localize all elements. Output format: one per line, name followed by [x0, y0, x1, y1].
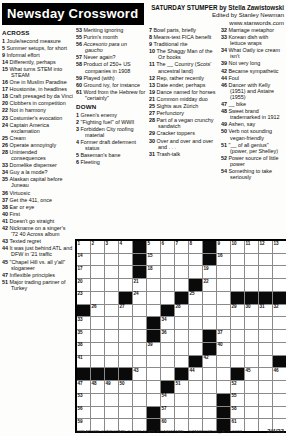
grid-cell[interactable] [161, 356, 174, 368]
across-header: ACROSS [2, 29, 73, 36]
cell-number: 6 [162, 241, 165, 247]
grid-cell[interactable]: 41 [77, 356, 90, 368]
grid-cell[interactable] [189, 394, 202, 406]
grid-cell[interactable] [203, 368, 216, 380]
black-square [147, 317, 160, 329]
grid-cell[interactable] [91, 254, 104, 266]
grid-cell[interactable] [245, 330, 258, 342]
cell-number: 54 [162, 393, 167, 399]
grid-cell[interactable] [119, 356, 132, 368]
cell-number: 2 [92, 241, 95, 247]
black-square [203, 254, 216, 266]
grid-cell[interactable] [147, 292, 160, 304]
grid-cell[interactable] [231, 266, 244, 278]
grid-cell[interactable]: 17 [77, 266, 90, 278]
grid-cell[interactable]: 31 [259, 305, 272, 317]
grid-cell[interactable]: 35 [77, 330, 90, 342]
cell-number: 28 [176, 304, 181, 310]
clue-across-18: 18 Craft presaged by da Vinci [2, 93, 73, 99]
grid-cell[interactable] [259, 394, 272, 406]
clue-across-37: 37 Get the 411, once [2, 197, 73, 203]
clue-across-40: 40 First [2, 211, 73, 217]
clue-across-45: 45 "Chapel Hill vs. all y'all" sloganeer [2, 259, 73, 271]
grid-cell[interactable] [133, 394, 146, 406]
grid-cell[interactable]: 21 [133, 279, 146, 291]
grid-cell[interactable] [105, 317, 118, 329]
grid-cell[interactable] [133, 317, 146, 329]
grid-cell[interactable] [217, 266, 230, 278]
cell-number: 48 [92, 381, 97, 387]
grid-cell[interactable] [203, 394, 216, 406]
cell-number: 35 [78, 330, 83, 336]
grid-cell[interactable] [259, 279, 272, 291]
clue-down-28: 28 Part of a vegan crunchy sandwich [149, 117, 218, 129]
grid-cell[interactable] [231, 254, 244, 266]
grid-cell[interactable]: 47 [77, 381, 90, 393]
grid-cell[interactable] [273, 254, 286, 266]
grid-cell[interactable] [119, 407, 132, 419]
grid-cell[interactable] [245, 343, 258, 355]
clue-down-25: 25 Sights aus Zürich [149, 103, 218, 109]
grid-cell[interactable] [203, 381, 216, 393]
grid-cell[interactable] [217, 381, 230, 393]
grid-cell[interactable] [175, 394, 188, 406]
down-header: DOWN [76, 103, 146, 110]
grid-cell[interactable]: 30 [245, 305, 258, 317]
grid-cell[interactable] [273, 343, 286, 355]
grid-cell[interactable]: 42 [203, 356, 216, 368]
grid-cell[interactable] [147, 305, 160, 317]
grid-cell[interactable] [105, 330, 118, 342]
grid-cell[interactable] [133, 407, 146, 419]
grid-cell[interactable]: 7 [175, 241, 188, 253]
grid-cell[interactable]: 23 [77, 292, 90, 304]
grid-cell[interactable] [189, 317, 202, 329]
grid-cell[interactable]: 55 [231, 394, 244, 406]
grid-cell[interactable] [105, 394, 118, 406]
clue-across-61: 61 Word from the Hebrew for "certainly" [76, 89, 146, 101]
cell-number: 56 [78, 406, 83, 412]
clue-across-14: 14 Differently, perhaps [2, 59, 73, 65]
grid-cell[interactable] [133, 330, 146, 342]
grid-cell[interactable]: 45 [245, 368, 258, 380]
grid-cell[interactable]: 56 [77, 407, 90, 419]
grid-cell[interactable] [245, 279, 258, 291]
grid-cell[interactable] [189, 343, 202, 355]
grid-cell[interactable]: 18 [147, 266, 160, 278]
cell-number: 59 [78, 419, 83, 425]
grid-cell[interactable]: 19 [203, 266, 216, 278]
grid-cell[interactable] [231, 343, 244, 355]
grid-cell[interactable] [273, 330, 286, 342]
grid-cell[interactable] [175, 266, 188, 278]
black-square [119, 292, 132, 304]
clue-down-42: 42 Became sympathetic [221, 68, 285, 74]
grid-cell[interactable]: 16 [217, 254, 230, 266]
cell-number: 55 [232, 393, 237, 399]
cell-number: 14 [78, 253, 83, 259]
grid-cell[interactable] [133, 356, 146, 368]
black-square [133, 266, 146, 278]
cell-number: 45 [246, 368, 251, 374]
clue-across-26: 26 Operate annoyingly [2, 142, 73, 148]
grid-cell[interactable] [147, 279, 160, 291]
clue-down-32: 32 Marriage metaphor [221, 27, 285, 33]
grid-cell[interactable] [105, 305, 118, 317]
grid-cell[interactable] [119, 394, 132, 406]
cell-number: 47 [78, 381, 83, 387]
grid-cell[interactable] [105, 343, 118, 355]
grid-cell[interactable] [217, 279, 230, 291]
grid-cell[interactable] [259, 254, 272, 266]
grid-cell[interactable] [259, 330, 272, 342]
black-square [189, 279, 202, 291]
cell-number: 15 [148, 253, 153, 259]
grid-cell[interactable]: 13 [273, 241, 286, 253]
cell-number: 51 [176, 381, 181, 387]
clue-across-1: 1 Joule/second measure [2, 38, 73, 44]
grid-cell[interactable] [231, 330, 244, 342]
puzzle-masthead: SATURDAY STUMPER by Stella Zawistowski E… [151, 4, 284, 28]
black-square [175, 292, 188, 304]
grid-cell[interactable] [203, 292, 216, 304]
clue-down-30: 30 Over and over and over and . . . [149, 138, 218, 150]
grid-cell[interactable] [133, 305, 146, 317]
copyright-text: CREATORS SYNDICATE © 2023 STANLEY NEWMAN [76, 429, 184, 434]
grid-cell[interactable] [189, 381, 202, 393]
grid-cell[interactable] [175, 343, 188, 355]
grid-cell[interactable]: 29 [231, 305, 244, 317]
grid-cell[interactable]: 26 [91, 305, 104, 317]
clue-across-59: 59 Played (with) [76, 75, 146, 81]
grid-cell[interactable]: 34 [161, 317, 174, 329]
grid-cell[interactable]: 38 [77, 343, 90, 355]
clue-down-21: 21 Common midday duo [149, 96, 218, 102]
grid-cell[interactable]: 9 [217, 241, 230, 253]
grid-cell[interactable] [91, 330, 104, 342]
grid-cell[interactable] [259, 381, 272, 393]
grid-cell[interactable] [105, 279, 118, 291]
grid-cell[interactable] [105, 266, 118, 278]
grid-cell[interactable] [175, 356, 188, 368]
grid-cell[interactable] [189, 305, 202, 317]
clue-across-44: 44 It was just behind ATL and DFW in '21… [2, 245, 73, 257]
grid-cell[interactable] [175, 254, 188, 266]
brand-banner: Newsday Crossword [2, 3, 144, 25]
grid-cell[interactable] [245, 394, 258, 406]
grid-cell[interactable] [273, 407, 286, 419]
grid-cell[interactable] [161, 254, 174, 266]
clue-down-54: 54 Something to take seriously [221, 168, 285, 180]
black-square [273, 292, 286, 304]
cell-number: 46 [274, 368, 279, 374]
clue-across-42: 42 Nickname on a singer's '72 40 Across … [2, 225, 73, 237]
clue-across-23: 23 Costumier's evocation [2, 115, 73, 121]
crossword-page: Newsday Crossword SATURDAY STUMPER by St… [0, 0, 286, 436]
cell-number: 5 [148, 241, 151, 247]
grid-cell[interactable] [119, 330, 132, 342]
grid-cell[interactable]: 36 [161, 330, 174, 342]
grid-cell[interactable]: 8 [189, 241, 202, 253]
black-square [161, 381, 174, 393]
clue-down-11: 11 The __ Country (Scots' ancestral land… [149, 61, 218, 73]
clue-down-27: 27 Perfunctory [149, 110, 218, 116]
grid-cell[interactable]: 2 [91, 241, 104, 253]
clue-across-9: 9 Informal effort [2, 52, 73, 58]
cell-number: 61 [232, 419, 237, 425]
grid-cell[interactable] [245, 254, 258, 266]
grid-cell[interactable] [259, 368, 272, 380]
grid-cell[interactable]: 27 [119, 305, 132, 317]
grid-cell[interactable] [273, 279, 286, 291]
grid-cell[interactable]: 14 [77, 254, 90, 266]
black-square [273, 356, 286, 368]
cell-number: 9 [218, 241, 221, 247]
grid-cell[interactable]: 15 [147, 254, 160, 266]
cell-number: 58 [232, 406, 237, 412]
black-square [217, 407, 230, 419]
grid-cell[interactable]: 57 [161, 407, 174, 419]
cell-number: 29 [232, 304, 237, 310]
black-square [231, 292, 244, 304]
grid-cell[interactable]: 40 [217, 343, 230, 355]
grid-cell[interactable]: 48 [91, 381, 104, 393]
grid-cell[interactable]: 22 [203, 279, 216, 291]
copyright-line: CREATORS SYNDICATE © 2023 STANLEY NEWMAN… [76, 429, 284, 434]
grid-cell[interactable] [133, 381, 146, 393]
cell-number: 19 [204, 266, 209, 272]
grid-cell[interactable] [245, 407, 258, 419]
grid-cell[interactable]: 54 [161, 394, 174, 406]
grid-cell[interactable] [175, 279, 188, 291]
grid-cell[interactable]: 20 [77, 279, 90, 291]
grid-cell[interactable]: 43 [133, 368, 146, 380]
grid-cell[interactable] [231, 317, 244, 329]
grid-cell[interactable] [273, 266, 286, 278]
clue-across-35: 35 Alaskan capital before Juneau [2, 176, 73, 188]
clue-down-46: 46 Dancer with Kelly (1951) and Astaire … [221, 82, 285, 100]
clue-down-6: 6 Fleeting [76, 159, 146, 165]
contact-text: STANWORDS@AOL.COM [189, 429, 242, 434]
grid-cell[interactable] [91, 292, 104, 304]
grid-cell[interactable] [147, 356, 160, 368]
clue-down-29: 29 Cracker toppers [149, 130, 218, 136]
clue-across-34: 34 Guy a la mode? [2, 169, 73, 175]
grid-cell[interactable] [161, 343, 174, 355]
cell-number: 21 [134, 279, 139, 285]
grid-cell[interactable] [161, 368, 174, 380]
grid-cell[interactable] [161, 292, 174, 304]
grid-cell[interactable] [91, 394, 104, 406]
clue-down-9: 9 Traditional rite [149, 41, 218, 47]
grid-cell[interactable] [203, 317, 216, 329]
black-square [119, 368, 132, 380]
grid-cell[interactable] [189, 254, 202, 266]
grid-cell[interactable] [91, 266, 104, 278]
grid-cell[interactable] [217, 305, 230, 317]
grid-cell[interactable] [175, 407, 188, 419]
grid-cell[interactable] [105, 407, 118, 419]
cell-number: 22 [204, 279, 209, 285]
clue-across-43: 43 Texted regret [2, 238, 73, 244]
clue-down-10: 10 The Shaggy Man of the Oz books [149, 48, 218, 60]
grid-cell[interactable] [147, 381, 160, 393]
clue-down-12: 12 Rep, rather recently [149, 75, 218, 81]
clue-across-15: 15 What turns STEM into STEAM [2, 66, 73, 78]
grid-cell[interactable]: 53 [77, 394, 90, 406]
clue-across-60: 60 Ground ivy, for instance [76, 82, 146, 88]
grid-cell[interactable] [119, 343, 132, 355]
grid-cell[interactable]: 6 [161, 241, 174, 253]
clue-across-51: 51 Major trading partner of Turkey [2, 279, 73, 291]
grid-cell[interactable]: 50 [119, 381, 132, 393]
clue-across-38: 38 Ear or eye [2, 204, 73, 210]
grid-cell[interactable] [217, 356, 230, 368]
clue-down-1: 1 Green's enemy [76, 112, 146, 118]
cell-number: 52 [232, 381, 237, 387]
grid-cell[interactable] [105, 356, 118, 368]
grid-cell[interactable] [203, 407, 216, 419]
grid-cell[interactable] [189, 407, 202, 419]
grid-cell[interactable]: 44 [189, 368, 202, 380]
clue-down-44: 44 Foul [221, 75, 285, 81]
cell-number: 42 [204, 355, 209, 361]
grid-cell[interactable] [245, 266, 258, 278]
grid-cell[interactable] [259, 407, 272, 419]
grid-cell[interactable] [161, 266, 174, 278]
cell-number: 36 [162, 330, 167, 336]
grid-cell[interactable] [189, 330, 202, 342]
grid-cell[interactable]: 51 [175, 381, 188, 393]
grid-cell[interactable] [231, 356, 244, 368]
grid-cell[interactable] [273, 394, 286, 406]
grid-cell[interactable] [147, 394, 160, 406]
clue-down-19: 19 Dance named for horses [149, 89, 218, 95]
black-square [105, 368, 118, 380]
clue-down-52: 52 Power source of little power [221, 155, 285, 167]
grid-cell[interactable] [259, 266, 272, 278]
grid-cell[interactable]: 25 [189, 292, 202, 304]
clue-down-13: 13 Date ender, perhaps [149, 82, 218, 88]
grid-cell[interactable] [273, 381, 286, 393]
grid-cell[interactable] [189, 266, 202, 278]
cell-number: 30 [246, 304, 251, 310]
grid-cell[interactable] [245, 317, 258, 329]
grid-cell[interactable] [259, 356, 272, 368]
grid-cell[interactable] [119, 254, 132, 266]
cell-number: 20 [78, 279, 83, 285]
grid-cell[interactable]: 33 [77, 317, 90, 329]
grid-cell[interactable]: 4 [119, 241, 132, 253]
cell-number: 7 [176, 241, 179, 247]
grid-cell[interactable] [119, 279, 132, 291]
cell-number: 32 [274, 304, 279, 310]
grid-cell[interactable] [119, 317, 132, 329]
grid-cell[interactable] [91, 317, 104, 329]
grid-cell[interactable]: 39 [147, 343, 160, 355]
grid-cell[interactable] [147, 368, 160, 380]
black-square [147, 407, 160, 419]
grid-cell[interactable]: 1 [77, 241, 90, 253]
black-square [245, 292, 258, 304]
cell-number: 16 [218, 253, 223, 259]
grid-cell[interactable] [217, 292, 230, 304]
grid-cell[interactable] [105, 292, 118, 304]
cell-number: 41 [78, 355, 83, 361]
cell-number: 23 [78, 291, 83, 297]
grid-cell[interactable] [91, 356, 104, 368]
grid-cell[interactable] [273, 317, 286, 329]
grid-cell[interactable]: 3 [105, 241, 118, 253]
grid-cell[interactable] [259, 317, 272, 329]
cell-number: 17 [78, 266, 83, 272]
grid-cell[interactable]: 5 [147, 241, 160, 253]
grid-cell[interactable]: 52 [231, 381, 244, 393]
clue-down-4: 4 Former draft deferment status [76, 139, 146, 151]
cell-number: 13 [274, 241, 279, 247]
grid-cell[interactable] [259, 343, 272, 355]
clue-across-17: 17 Houstonite, in headlines [2, 86, 73, 92]
grid-cell[interactable] [119, 266, 132, 278]
grid-cell[interactable]: 11 [245, 241, 258, 253]
grid-cell[interactable]: 46 [273, 368, 286, 380]
grid-cell[interactable]: 12 [259, 241, 272, 253]
clue-across-57: 57 Never again? [76, 54, 146, 60]
grid-cell[interactable] [175, 317, 188, 329]
grid-cell[interactable] [105, 254, 118, 266]
grid-cell[interactable]: 28 [175, 305, 188, 317]
clue-across-36: 36 Virtuosic [2, 190, 73, 196]
cell-number: 25 [190, 291, 195, 297]
cell-number: 12 [260, 241, 265, 247]
black-square [147, 330, 160, 342]
grid-cell[interactable] [245, 381, 258, 393]
grid-cell[interactable]: 10 [231, 241, 244, 253]
cell-number: 26 [92, 304, 97, 310]
grid-cell[interactable] [203, 305, 216, 317]
clue-across-58: 58 Product of 250+ US companies in 1908 [76, 61, 146, 73]
black-square [259, 292, 272, 304]
cell-number: 11 [246, 241, 251, 247]
cell-number: 4 [120, 241, 123, 247]
clue-down-51: 51 "__ of all genius" (power, per Shelle… [221, 142, 285, 154]
grid-cell[interactable] [231, 279, 244, 291]
grid-cell[interactable] [245, 356, 258, 368]
grid-cell[interactable]: 24 [133, 292, 146, 304]
puzzle-date: 2/4/23 [267, 428, 284, 434]
cell-number: 3 [106, 241, 109, 247]
clue-down-5: 5 Baseman's bane [76, 152, 146, 158]
grid-cell[interactable] [133, 343, 146, 355]
grid-cell[interactable] [175, 330, 188, 342]
cell-number: 34 [162, 317, 167, 323]
grid-cell[interactable]: 49 [105, 381, 118, 393]
grid-cell[interactable] [217, 317, 230, 329]
grid-cell[interactable] [91, 343, 104, 355]
grid-cell[interactable]: 32 [273, 305, 286, 317]
black-square [175, 368, 188, 380]
grid-cell[interactable] [91, 407, 104, 419]
puzzle-title: SATURDAY STUMPER by Stella Zawistowski [151, 4, 284, 12]
grid-cell[interactable] [91, 279, 104, 291]
clue-across-47: 47 Inflexible principles [2, 272, 73, 278]
black-square [161, 305, 174, 317]
grid-cell[interactable]: 58 [231, 407, 244, 419]
grid-cell[interactable] [161, 279, 174, 291]
grid-cell[interactable]: 37 [217, 330, 230, 342]
grid-cell[interactable] [217, 368, 230, 380]
clue-down-39: 39 Not very long [221, 60, 285, 66]
